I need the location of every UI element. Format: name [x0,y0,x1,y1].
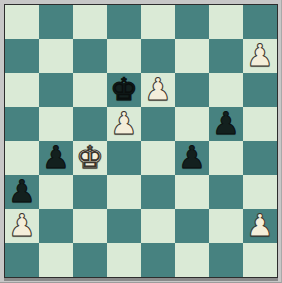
square-a7[interactable] [5,39,39,73]
square-f8[interactable] [175,5,209,39]
square-h8[interactable] [243,5,277,39]
square-h3[interactable] [243,175,277,209]
square-d5[interactable]: ♟ [107,107,141,141]
board-frame: ♟♚♟♟♟♟♚♟♟♟♟ [0,0,282,283]
square-g1[interactable] [209,243,243,277]
piece-black-pawn[interactable]: ♟ [212,107,240,140]
square-b8[interactable] [39,5,73,39]
square-a6[interactable] [5,73,39,107]
square-c8[interactable] [73,5,107,39]
square-f4[interactable]: ♟ [175,141,209,175]
square-e2[interactable] [141,209,175,243]
square-c2[interactable] [73,209,107,243]
square-g5[interactable]: ♟ [209,107,243,141]
square-g7[interactable] [209,39,243,73]
square-a8[interactable] [5,5,39,39]
square-a5[interactable] [5,107,39,141]
square-f3[interactable] [175,175,209,209]
square-b3[interactable] [39,175,73,209]
square-f1[interactable] [175,243,209,277]
square-d6[interactable]: ♚ [107,73,141,107]
square-b5[interactable] [39,107,73,141]
square-h7[interactable]: ♟ [243,39,277,73]
square-g8[interactable] [209,5,243,39]
square-d4[interactable] [107,141,141,175]
square-e7[interactable] [141,39,175,73]
square-g3[interactable] [209,175,243,209]
square-g2[interactable] [209,209,243,243]
square-b6[interactable] [39,73,73,107]
piece-white-pawn[interactable]: ♟ [110,107,138,140]
square-e1[interactable] [141,243,175,277]
square-d8[interactable] [107,5,141,39]
square-b7[interactable] [39,39,73,73]
square-c6[interactable] [73,73,107,107]
square-g4[interactable] [209,141,243,175]
square-d7[interactable] [107,39,141,73]
chess-board: ♟♚♟♟♟♟♚♟♟♟♟ [4,4,278,278]
square-a3[interactable]: ♟ [5,175,39,209]
square-b2[interactable] [39,209,73,243]
square-f2[interactable] [175,209,209,243]
piece-black-king[interactable]: ♚ [110,73,138,106]
square-c1[interactable] [73,243,107,277]
piece-white-pawn[interactable]: ♟ [8,209,36,242]
square-a4[interactable] [5,141,39,175]
square-e5[interactable] [141,107,175,141]
square-c7[interactable] [73,39,107,73]
square-a2[interactable]: ♟ [5,209,39,243]
square-g6[interactable] [209,73,243,107]
square-e8[interactable] [141,5,175,39]
square-b1[interactable] [39,243,73,277]
square-b4[interactable]: ♟ [39,141,73,175]
square-h4[interactable] [243,141,277,175]
square-d3[interactable] [107,175,141,209]
square-e4[interactable] [141,141,175,175]
square-c5[interactable] [73,107,107,141]
square-c4[interactable]: ♚ [73,141,107,175]
piece-white-pawn[interactable]: ♟ [144,73,172,106]
piece-black-pawn[interactable]: ♟ [178,141,206,174]
square-e6[interactable]: ♟ [141,73,175,107]
square-h6[interactable] [243,73,277,107]
square-a1[interactable] [5,243,39,277]
square-f6[interactable] [175,73,209,107]
piece-white-pawn[interactable]: ♟ [246,39,274,72]
square-h1[interactable] [243,243,277,277]
square-f7[interactable] [175,39,209,73]
square-f5[interactable] [175,107,209,141]
piece-black-pawn[interactable]: ♟ [8,175,36,208]
square-d1[interactable] [107,243,141,277]
piece-black-pawn[interactable]: ♟ [42,141,70,174]
square-c3[interactable] [73,175,107,209]
square-h5[interactable] [243,107,277,141]
piece-white-pawn[interactable]: ♟ [246,209,274,242]
square-h2[interactable]: ♟ [243,209,277,243]
piece-white-king[interactable]: ♚ [76,141,104,174]
square-e3[interactable] [141,175,175,209]
square-d2[interactable] [107,209,141,243]
